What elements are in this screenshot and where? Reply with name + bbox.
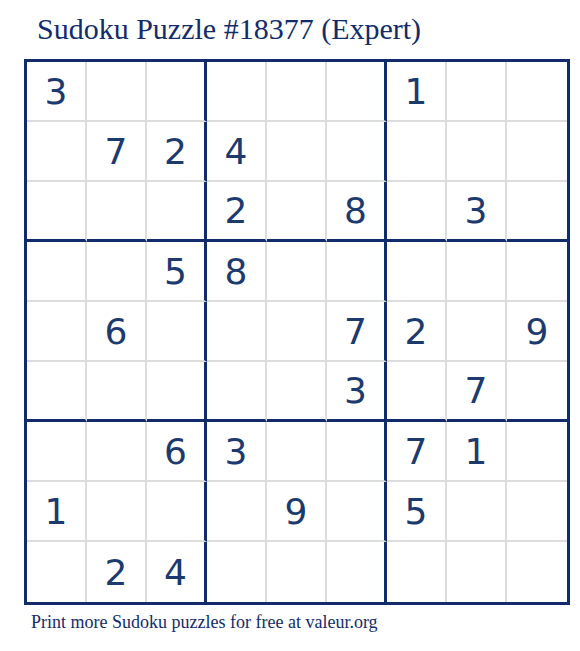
cell-r3c5[interactable] bbox=[267, 182, 327, 242]
cell-r3c8[interactable]: 3 bbox=[447, 182, 507, 242]
cell-r7c2[interactable] bbox=[87, 422, 147, 482]
cell-r7c3[interactable]: 6 bbox=[147, 422, 207, 482]
page-title: Sudoku Puzzle #18377 (Expert) bbox=[37, 12, 421, 46]
cell-r1c9[interactable] bbox=[507, 62, 567, 122]
cell-r5c8[interactable] bbox=[447, 302, 507, 362]
cell-r8c8[interactable] bbox=[447, 482, 507, 542]
cell-r9c6[interactable] bbox=[327, 542, 387, 602]
cell-r2c6[interactable] bbox=[327, 122, 387, 182]
cell-r7c9[interactable] bbox=[507, 422, 567, 482]
cell-r7c5[interactable] bbox=[267, 422, 327, 482]
cell-r6c8[interactable]: 7 bbox=[447, 362, 507, 422]
cell-r8c3[interactable] bbox=[147, 482, 207, 542]
cell-r6c9[interactable] bbox=[507, 362, 567, 422]
cell-r1c8[interactable] bbox=[447, 62, 507, 122]
cell-r9c5[interactable] bbox=[267, 542, 327, 602]
cell-r4c8[interactable] bbox=[447, 242, 507, 302]
cell-r2c9[interactable] bbox=[507, 122, 567, 182]
cell-r7c7[interactable]: 7 bbox=[387, 422, 447, 482]
cell-r3c1[interactable] bbox=[27, 182, 87, 242]
cell-r2c1[interactable] bbox=[27, 122, 87, 182]
cell-r7c1[interactable] bbox=[27, 422, 87, 482]
footer-text: Print more Sudoku puzzles for free at va… bbox=[31, 612, 378, 633]
cell-r6c6[interactable]: 3 bbox=[327, 362, 387, 422]
cell-r5c1[interactable] bbox=[27, 302, 87, 362]
cell-r6c1[interactable] bbox=[27, 362, 87, 422]
cell-r5c3[interactable] bbox=[147, 302, 207, 362]
cell-r4c1[interactable] bbox=[27, 242, 87, 302]
cell-r4c3[interactable]: 5 bbox=[147, 242, 207, 302]
cell-r9c7[interactable] bbox=[387, 542, 447, 602]
cell-r3c6[interactable]: 8 bbox=[327, 182, 387, 242]
cell-r9c4[interactable] bbox=[207, 542, 267, 602]
cell-r1c2[interactable] bbox=[87, 62, 147, 122]
cell-r7c8[interactable]: 1 bbox=[447, 422, 507, 482]
cell-r1c7[interactable]: 1 bbox=[387, 62, 447, 122]
cell-r6c5[interactable] bbox=[267, 362, 327, 422]
cell-r3c9[interactable] bbox=[507, 182, 567, 242]
cell-r5c5[interactable] bbox=[267, 302, 327, 362]
cell-r8c9[interactable] bbox=[507, 482, 567, 542]
cell-r8c6[interactable] bbox=[327, 482, 387, 542]
cell-r8c4[interactable] bbox=[207, 482, 267, 542]
cell-r1c5[interactable] bbox=[267, 62, 327, 122]
cell-r2c3[interactable]: 2 bbox=[147, 122, 207, 182]
cell-r4c6[interactable] bbox=[327, 242, 387, 302]
cell-r4c5[interactable] bbox=[267, 242, 327, 302]
cell-r5c2[interactable]: 6 bbox=[87, 302, 147, 362]
cell-r1c4[interactable] bbox=[207, 62, 267, 122]
cell-r4c7[interactable] bbox=[387, 242, 447, 302]
sudoku-board: 3172428358672937637119524 bbox=[24, 59, 570, 605]
cell-r8c1[interactable]: 1 bbox=[27, 482, 87, 542]
cell-r9c3[interactable]: 4 bbox=[147, 542, 207, 602]
cell-r2c7[interactable] bbox=[387, 122, 447, 182]
cell-r5c7[interactable]: 2 bbox=[387, 302, 447, 362]
cell-r9c9[interactable] bbox=[507, 542, 567, 602]
cell-r5c9[interactable]: 9 bbox=[507, 302, 567, 362]
cell-r1c3[interactable] bbox=[147, 62, 207, 122]
cell-r8c2[interactable] bbox=[87, 482, 147, 542]
cell-r9c8[interactable] bbox=[447, 542, 507, 602]
cell-r7c6[interactable] bbox=[327, 422, 387, 482]
cell-r8c5[interactable]: 9 bbox=[267, 482, 327, 542]
cell-r3c7[interactable] bbox=[387, 182, 447, 242]
cell-r8c7[interactable]: 5 bbox=[387, 482, 447, 542]
cell-r2c8[interactable] bbox=[447, 122, 507, 182]
cell-r6c3[interactable] bbox=[147, 362, 207, 422]
cell-r9c1[interactable] bbox=[27, 542, 87, 602]
cell-r4c9[interactable] bbox=[507, 242, 567, 302]
cell-r6c7[interactable] bbox=[387, 362, 447, 422]
cell-r4c2[interactable] bbox=[87, 242, 147, 302]
cell-r7c4[interactable]: 3 bbox=[207, 422, 267, 482]
cell-r4c4[interactable]: 8 bbox=[207, 242, 267, 302]
cell-r2c2[interactable]: 7 bbox=[87, 122, 147, 182]
cell-r3c4[interactable]: 2 bbox=[207, 182, 267, 242]
cell-r2c4[interactable]: 4 bbox=[207, 122, 267, 182]
sudoku-page: Sudoku Puzzle #18377 (Expert) 3172428358… bbox=[0, 0, 580, 651]
cell-r6c2[interactable] bbox=[87, 362, 147, 422]
cell-r5c6[interactable]: 7 bbox=[327, 302, 387, 362]
cell-r3c3[interactable] bbox=[147, 182, 207, 242]
cell-r9c2[interactable]: 2 bbox=[87, 542, 147, 602]
cell-r5c4[interactable] bbox=[207, 302, 267, 362]
cell-r3c2[interactable] bbox=[87, 182, 147, 242]
cell-r6c4[interactable] bbox=[207, 362, 267, 422]
cell-r1c6[interactable] bbox=[327, 62, 387, 122]
cell-r1c1[interactable]: 3 bbox=[27, 62, 87, 122]
cell-r2c5[interactable] bbox=[267, 122, 327, 182]
